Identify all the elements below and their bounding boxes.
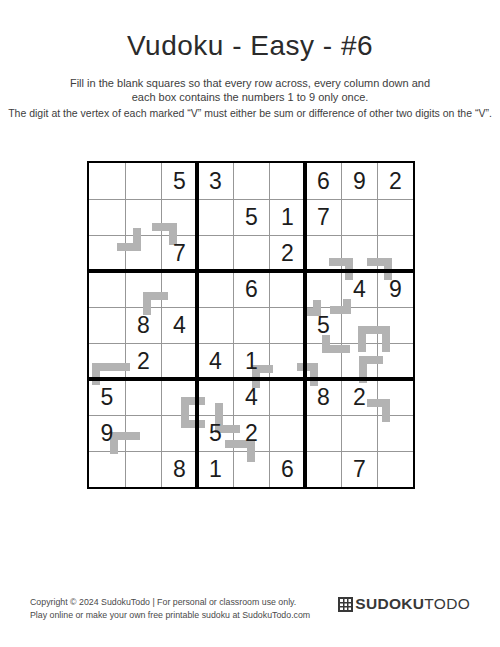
v-mark	[297, 363, 318, 386]
sudoku-board: 536925177264984524154829528167	[87, 161, 415, 489]
cell-r2c6: 1	[269, 199, 305, 235]
cell-r2c8	[341, 199, 377, 235]
cell-r9c8: 7	[341, 451, 377, 487]
grid-logo-icon	[338, 597, 353, 612]
cell-r9c7	[305, 451, 341, 487]
v-mark	[358, 326, 390, 352]
cell-r1c6	[269, 163, 305, 199]
cell-r6c3	[161, 343, 197, 379]
instructions-line1: Fill in the blank squares so that every …	[0, 76, 500, 90]
cell-r5c1	[89, 307, 125, 343]
v-mark	[367, 399, 390, 422]
page: Vudoku - Easy - #6 Fill in the blank squ…	[0, 0, 500, 647]
cell-r1c8: 9	[341, 163, 377, 199]
cell-r5c6	[269, 307, 305, 343]
cell-r7c2	[125, 379, 161, 415]
cell-r1c9: 2	[377, 163, 413, 199]
v-mark	[330, 299, 351, 314]
cell-r2c4	[197, 199, 233, 235]
v-mark	[92, 363, 130, 385]
cell-r4c4	[197, 271, 233, 307]
cell-r6c2: 2	[125, 343, 161, 379]
box-divider-horizontal-1	[89, 269, 413, 273]
cell-r4c6	[269, 271, 305, 307]
cell-r2c7: 7	[305, 199, 341, 235]
cell-r1c3: 5	[161, 163, 197, 199]
instructions-line2: each box contains the numbers 1 to 9 onl…	[0, 90, 500, 104]
v-mark	[110, 432, 140, 454]
cell-r1c4: 3	[197, 163, 233, 199]
cell-r9c3: 8	[161, 451, 197, 487]
cell-r8c7	[305, 415, 341, 451]
cell-r4c1	[89, 271, 125, 307]
cell-r5c5	[233, 307, 269, 343]
cell-r2c5: 5	[233, 199, 269, 235]
cell-r2c9	[377, 199, 413, 235]
cell-r1c2	[125, 163, 161, 199]
box-divider-horizontal-2	[89, 377, 413, 381]
cell-r1c7: 6	[305, 163, 341, 199]
cell-r1c1	[89, 163, 125, 199]
cell-r1c5	[233, 163, 269, 199]
logo-text-light: TODO	[424, 595, 470, 613]
cell-r4c5: 6	[233, 271, 269, 307]
cell-r5c4	[197, 307, 233, 343]
cell-r8c6	[269, 415, 305, 451]
v-mark	[117, 228, 141, 251]
puzzle-title: Vudoku - Easy - #6	[0, 30, 500, 62]
cell-r3c5	[233, 235, 269, 271]
cell-r3c6: 2	[269, 235, 305, 271]
cell-r9c1	[89, 451, 125, 487]
instructions: Fill in the blank squares so that every …	[0, 76, 500, 104]
copyright-text: Copyright © 2024 SudokuTodo | For person…	[30, 596, 310, 621]
logo-text-bold: SUDOKU	[355, 595, 424, 613]
cell-r9c9	[377, 451, 413, 487]
cell-r9c6: 6	[269, 451, 305, 487]
copyright-line1: Copyright © 2024 SudokuTodo | For person…	[30, 596, 310, 609]
copyright-line2: Play online or make your own free printa…	[30, 609, 310, 622]
box-divider-vertical-1	[195, 163, 199, 487]
sudokutodo-logo: SUDOKUTODO	[338, 596, 470, 612]
cell-r6c4: 4	[197, 343, 233, 379]
box-divider-vertical-2	[303, 163, 307, 487]
v-rule-text: The digit at the vertex of each marked “…	[0, 107, 500, 119]
v-mark	[181, 397, 205, 428]
cell-r3c4	[197, 235, 233, 271]
cell-r9c2	[125, 451, 161, 487]
